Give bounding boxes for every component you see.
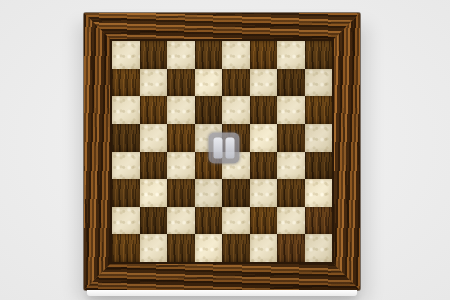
board-square[interactable] (305, 69, 333, 97)
board-square[interactable] (167, 234, 195, 262)
board-square[interactable] (250, 234, 278, 262)
board-frame-left (84, 13, 112, 290)
board-square[interactable] (250, 96, 278, 124)
board-square[interactable] (167, 179, 195, 207)
scene-background (0, 0, 450, 300)
board-square[interactable] (222, 96, 250, 124)
board-square[interactable] (250, 179, 278, 207)
board-square[interactable] (277, 207, 305, 235)
board-square[interactable] (222, 207, 250, 235)
board-square[interactable] (140, 234, 168, 262)
board-square[interactable] (112, 41, 140, 69)
board-square[interactable] (112, 152, 140, 180)
board-square[interactable] (112, 179, 140, 207)
board-square[interactable] (140, 207, 168, 235)
chess-board (84, 13, 360, 290)
board-square[interactable] (140, 41, 168, 69)
center-watermark (209, 132, 240, 163)
board-square[interactable] (250, 207, 278, 235)
board-square[interactable] (112, 96, 140, 124)
board-square[interactable] (305, 124, 333, 152)
pause-bars-icon (226, 137, 235, 158)
board-square[interactable] (277, 69, 305, 97)
board-square[interactable] (250, 69, 278, 97)
board-square[interactable] (222, 179, 250, 207)
board-square[interactable] (167, 124, 195, 152)
board-square[interactable] (250, 124, 278, 152)
board-square[interactable] (167, 41, 195, 69)
board-square[interactable] (140, 96, 168, 124)
board-square[interactable] (222, 69, 250, 97)
board-square[interactable] (112, 69, 140, 97)
board-square[interactable] (305, 41, 333, 69)
board-frame-right (332, 13, 360, 290)
board-square[interactable] (140, 124, 168, 152)
board-square[interactable] (222, 41, 250, 69)
board-square[interactable] (277, 234, 305, 262)
board-square[interactable] (112, 234, 140, 262)
board-frame-bottom (84, 262, 360, 290)
board-square[interactable] (112, 207, 140, 235)
board-square[interactable] (140, 179, 168, 207)
board-square[interactable] (277, 124, 305, 152)
board-square[interactable] (277, 96, 305, 124)
board-square[interactable] (250, 41, 278, 69)
board-square[interactable] (305, 152, 333, 180)
playing-field (110, 39, 334, 264)
board-square[interactable] (167, 152, 195, 180)
board-square[interactable] (277, 179, 305, 207)
board-square[interactable] (222, 234, 250, 262)
board-square[interactable] (195, 179, 223, 207)
board-square[interactable] (140, 69, 168, 97)
board-square[interactable] (167, 207, 195, 235)
board-square[interactable] (305, 96, 333, 124)
board-square[interactable] (250, 152, 278, 180)
board-square[interactable] (167, 96, 195, 124)
board-square[interactable] (195, 69, 223, 97)
board-square[interactable] (305, 207, 333, 235)
board-square[interactable] (112, 124, 140, 152)
board-square[interactable] (195, 41, 223, 69)
board-square[interactable] (305, 234, 333, 262)
board-square[interactable] (167, 69, 195, 97)
board-square[interactable] (277, 41, 305, 69)
pause-bars-icon (214, 137, 223, 158)
board-frame-top (84, 13, 360, 41)
board-square[interactable] (195, 234, 223, 262)
board-square[interactable] (195, 207, 223, 235)
board-square[interactable] (195, 96, 223, 124)
board-square[interactable] (277, 152, 305, 180)
board-square[interactable] (305, 179, 333, 207)
board-square[interactable] (140, 152, 168, 180)
